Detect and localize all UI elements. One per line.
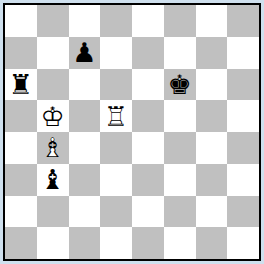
square-d6[interactable] xyxy=(100,69,132,101)
square-f4[interactable] xyxy=(164,132,196,164)
square-d1[interactable] xyxy=(100,227,132,259)
piece-black-king: ♚ xyxy=(168,71,192,98)
square-d5[interactable]: ♜♖ xyxy=(100,100,132,132)
square-g5[interactable] xyxy=(196,100,228,132)
board-border: ♟♜♚♚♔♜♖♝♗♝ xyxy=(3,3,261,261)
square-e7[interactable] xyxy=(132,37,164,69)
square-a4[interactable] xyxy=(5,132,37,164)
square-a3[interactable] xyxy=(5,164,37,196)
square-d8[interactable] xyxy=(100,5,132,37)
square-h3[interactable] xyxy=(227,164,259,196)
square-b3[interactable]: ♝ xyxy=(37,164,69,196)
square-f7[interactable] xyxy=(164,37,196,69)
square-h1[interactable] xyxy=(227,227,259,259)
board-frame: ♟♜♚♚♔♜♖♝♗♝ xyxy=(0,0,264,264)
square-a2[interactable] xyxy=(5,196,37,228)
square-h7[interactable] xyxy=(227,37,259,69)
chess-board: ♟♜♚♚♔♜♖♝♗♝ xyxy=(5,5,259,259)
square-b8[interactable] xyxy=(37,5,69,37)
square-h4[interactable] xyxy=(227,132,259,164)
square-f2[interactable] xyxy=(164,196,196,228)
piece-white-king: ♚♔ xyxy=(41,103,65,130)
square-c1[interactable] xyxy=(69,227,101,259)
square-b4[interactable]: ♝♗ xyxy=(37,132,69,164)
square-c6[interactable] xyxy=(69,69,101,101)
square-g1[interactable] xyxy=(196,227,228,259)
square-e4[interactable] xyxy=(132,132,164,164)
piece-black-pawn: ♟ xyxy=(72,39,96,66)
square-h8[interactable] xyxy=(227,5,259,37)
square-d7[interactable] xyxy=(100,37,132,69)
square-c5[interactable] xyxy=(69,100,101,132)
piece-black-bishop: ♝ xyxy=(41,166,65,193)
square-e2[interactable] xyxy=(132,196,164,228)
square-g8[interactable] xyxy=(196,5,228,37)
square-c8[interactable] xyxy=(69,5,101,37)
square-a1[interactable] xyxy=(5,227,37,259)
square-f5[interactable] xyxy=(164,100,196,132)
square-h2[interactable] xyxy=(227,196,259,228)
square-e8[interactable] xyxy=(132,5,164,37)
piece-white-rook: ♜♖ xyxy=(104,103,128,130)
square-e1[interactable] xyxy=(132,227,164,259)
square-e6[interactable] xyxy=(132,69,164,101)
square-d3[interactable] xyxy=(100,164,132,196)
piece-black-rook: ♜ xyxy=(9,71,33,98)
square-b6[interactable] xyxy=(37,69,69,101)
square-a5[interactable] xyxy=(5,100,37,132)
square-c2[interactable] xyxy=(69,196,101,228)
square-g2[interactable] xyxy=(196,196,228,228)
square-h6[interactable] xyxy=(227,69,259,101)
square-f1[interactable] xyxy=(164,227,196,259)
square-g6[interactable] xyxy=(196,69,228,101)
square-h5[interactable] xyxy=(227,100,259,132)
square-g4[interactable] xyxy=(196,132,228,164)
square-a7[interactable] xyxy=(5,37,37,69)
square-e5[interactable] xyxy=(132,100,164,132)
square-f3[interactable] xyxy=(164,164,196,196)
square-a8[interactable] xyxy=(5,5,37,37)
square-f6[interactable]: ♚ xyxy=(164,69,196,101)
square-d4[interactable] xyxy=(100,132,132,164)
square-e3[interactable] xyxy=(132,164,164,196)
square-g3[interactable] xyxy=(196,164,228,196)
square-f8[interactable] xyxy=(164,5,196,37)
square-b1[interactable] xyxy=(37,227,69,259)
square-a6[interactable]: ♜ xyxy=(5,69,37,101)
piece-white-bishop: ♝♗ xyxy=(41,134,65,161)
square-c4[interactable] xyxy=(69,132,101,164)
square-b5[interactable]: ♚♔ xyxy=(37,100,69,132)
square-d2[interactable] xyxy=(100,196,132,228)
square-b7[interactable] xyxy=(37,37,69,69)
square-b2[interactable] xyxy=(37,196,69,228)
square-c3[interactable] xyxy=(69,164,101,196)
square-c7[interactable]: ♟ xyxy=(69,37,101,69)
square-g7[interactable] xyxy=(196,37,228,69)
